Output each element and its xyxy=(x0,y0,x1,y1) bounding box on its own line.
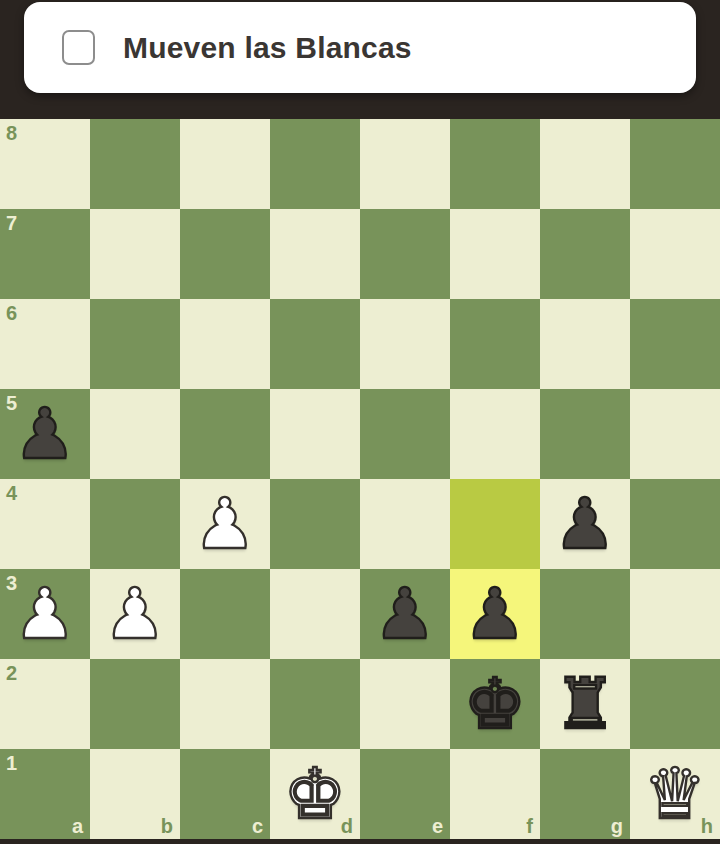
file-label-d: d xyxy=(341,816,353,836)
white-to-move-label: Mueven las Blancas xyxy=(123,31,412,65)
square-b3[interactable]: ♟ xyxy=(90,569,180,659)
square-h3[interactable] xyxy=(630,569,720,659)
white-pawn[interactable]: ♟ xyxy=(104,579,167,649)
square-h7[interactable] xyxy=(630,209,720,299)
square-d2[interactable] xyxy=(270,659,360,749)
square-a7[interactable]: 7 xyxy=(0,209,90,299)
square-c2[interactable] xyxy=(180,659,270,749)
square-d8[interactable] xyxy=(270,119,360,209)
black-pawn[interactable]: ♟ xyxy=(14,399,77,469)
square-f7[interactable] xyxy=(450,209,540,299)
square-c8[interactable] xyxy=(180,119,270,209)
square-c1[interactable]: c xyxy=(180,749,270,839)
square-d6[interactable] xyxy=(270,299,360,389)
square-g2[interactable]: ♜ xyxy=(540,659,630,749)
white-to-move-checkbox[interactable] xyxy=(62,30,95,65)
rank-label-8: 8 xyxy=(6,123,17,143)
square-d3[interactable] xyxy=(270,569,360,659)
square-f2[interactable]: ♚ xyxy=(450,659,540,749)
square-a3[interactable]: 3♟ xyxy=(0,569,90,659)
chess-board: 8765♟4♟♟3♟♟♟♟2♚♜1abcd♚efgh♛ xyxy=(0,119,720,839)
rank-label-2: 2 xyxy=(6,663,17,683)
bottom-strip xyxy=(0,839,720,844)
file-label-g: g xyxy=(611,816,623,836)
square-g1[interactable]: g xyxy=(540,749,630,839)
square-a2[interactable]: 2 xyxy=(0,659,90,749)
square-a6[interactable]: 6 xyxy=(0,299,90,389)
white-queen[interactable]: ♛ xyxy=(644,759,707,829)
square-b7[interactable] xyxy=(90,209,180,299)
square-a1[interactable]: 1a xyxy=(0,749,90,839)
square-g8[interactable] xyxy=(540,119,630,209)
square-f1[interactable]: f xyxy=(450,749,540,839)
square-e6[interactable] xyxy=(360,299,450,389)
square-b2[interactable] xyxy=(90,659,180,749)
square-h2[interactable] xyxy=(630,659,720,749)
square-h8[interactable] xyxy=(630,119,720,209)
top-banner: Mueven las Blancas xyxy=(0,0,720,119)
square-b1[interactable]: b xyxy=(90,749,180,839)
black-pawn[interactable]: ♟ xyxy=(464,579,527,649)
square-a8[interactable]: 8 xyxy=(0,119,90,209)
square-d5[interactable] xyxy=(270,389,360,479)
square-e7[interactable] xyxy=(360,209,450,299)
chess-app: Mueven las Blancas 8765♟4♟♟3♟♟♟♟2♚♜1abcd… xyxy=(0,0,720,844)
file-label-f: f xyxy=(526,816,533,836)
square-f3[interactable]: ♟ xyxy=(450,569,540,659)
square-e1[interactable]: e xyxy=(360,749,450,839)
square-c3[interactable] xyxy=(180,569,270,659)
white-pawn[interactable]: ♟ xyxy=(194,489,257,559)
square-g7[interactable] xyxy=(540,209,630,299)
square-c7[interactable] xyxy=(180,209,270,299)
square-e8[interactable] xyxy=(360,119,450,209)
black-pawn[interactable]: ♟ xyxy=(554,489,617,559)
square-d7[interactable] xyxy=(270,209,360,299)
square-g5[interactable] xyxy=(540,389,630,479)
white-pawn[interactable]: ♟ xyxy=(14,579,77,649)
white-king[interactable]: ♚ xyxy=(284,759,347,829)
file-label-b: b xyxy=(161,816,173,836)
square-b8[interactable] xyxy=(90,119,180,209)
black-pawn[interactable]: ♟ xyxy=(374,579,437,649)
square-b4[interactable] xyxy=(90,479,180,569)
square-b5[interactable] xyxy=(90,389,180,479)
white-to-move-card: Mueven las Blancas xyxy=(24,2,696,93)
square-c6[interactable] xyxy=(180,299,270,389)
rank-label-1: 1 xyxy=(6,753,17,773)
square-h5[interactable] xyxy=(630,389,720,479)
square-a5[interactable]: 5♟ xyxy=(0,389,90,479)
square-d4[interactable] xyxy=(270,479,360,569)
rank-label-6: 6 xyxy=(6,303,17,323)
square-e2[interactable] xyxy=(360,659,450,749)
square-h1[interactable]: h♛ xyxy=(630,749,720,839)
square-f8[interactable] xyxy=(450,119,540,209)
file-label-c: c xyxy=(252,816,263,836)
file-label-a: a xyxy=(72,816,83,836)
rank-label-5: 5 xyxy=(6,393,17,413)
square-e5[interactable] xyxy=(360,389,450,479)
square-g4[interactable]: ♟ xyxy=(540,479,630,569)
square-d1[interactable]: d♚ xyxy=(270,749,360,839)
rank-label-3: 3 xyxy=(6,573,17,593)
square-h4[interactable] xyxy=(630,479,720,569)
rank-label-7: 7 xyxy=(6,213,17,233)
square-b6[interactable] xyxy=(90,299,180,389)
square-f6[interactable] xyxy=(450,299,540,389)
black-rook[interactable]: ♜ xyxy=(554,669,617,739)
square-c5[interactable] xyxy=(180,389,270,479)
square-f4[interactable] xyxy=(450,479,540,569)
square-e4[interactable] xyxy=(360,479,450,569)
file-label-e: e xyxy=(432,816,443,836)
square-c4[interactable]: ♟ xyxy=(180,479,270,569)
rank-label-4: 4 xyxy=(6,483,17,503)
square-a4[interactable]: 4 xyxy=(0,479,90,569)
file-label-h: h xyxy=(701,816,713,836)
square-g3[interactable] xyxy=(540,569,630,659)
square-h6[interactable] xyxy=(630,299,720,389)
square-e3[interactable]: ♟ xyxy=(360,569,450,659)
square-f5[interactable] xyxy=(450,389,540,479)
square-g6[interactable] xyxy=(540,299,630,389)
black-king[interactable]: ♚ xyxy=(464,669,527,739)
